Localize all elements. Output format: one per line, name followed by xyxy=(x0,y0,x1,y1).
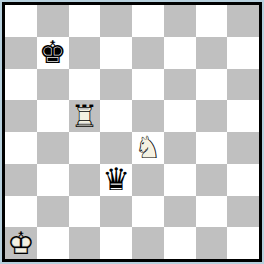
white-rook-outline-icon: ♖ xyxy=(69,100,101,132)
square-a5[interactable] xyxy=(5,100,37,132)
square-f3[interactable] xyxy=(164,164,196,196)
square-e3[interactable] xyxy=(132,164,164,196)
piece-black-queen: ♛ xyxy=(100,164,132,196)
square-d5[interactable] xyxy=(100,100,132,132)
piece-black-king: ♚ xyxy=(37,37,69,69)
white-knight-outline-icon: ♘ xyxy=(132,132,164,164)
square-h7[interactable] xyxy=(227,37,259,69)
square-h5[interactable] xyxy=(227,100,259,132)
square-d6[interactable] xyxy=(100,69,132,101)
square-b7[interactable]: ♚ xyxy=(37,37,69,69)
square-a1[interactable]: ♚♔ xyxy=(5,227,37,259)
square-a4[interactable] xyxy=(5,132,37,164)
square-b4[interactable] xyxy=(37,132,69,164)
square-h3[interactable] xyxy=(227,164,259,196)
square-c6[interactable] xyxy=(69,69,101,101)
square-f7[interactable] xyxy=(164,37,196,69)
square-e4[interactable]: ♞♘ xyxy=(132,132,164,164)
square-g7[interactable] xyxy=(196,37,228,69)
square-a6[interactable] xyxy=(5,69,37,101)
square-h6[interactable] xyxy=(227,69,259,101)
square-h4[interactable] xyxy=(227,132,259,164)
square-f1[interactable] xyxy=(164,227,196,259)
black-queen-icon: ♛ xyxy=(100,164,132,196)
square-b1[interactable] xyxy=(37,227,69,259)
square-f6[interactable] xyxy=(164,69,196,101)
square-g1[interactable] xyxy=(196,227,228,259)
square-a3[interactable] xyxy=(5,164,37,196)
square-c3[interactable] xyxy=(69,164,101,196)
square-c7[interactable] xyxy=(69,37,101,69)
piece-white-king: ♚♔ xyxy=(5,227,37,259)
square-g4[interactable] xyxy=(196,132,228,164)
square-d2[interactable] xyxy=(100,196,132,228)
square-a2[interactable] xyxy=(5,196,37,228)
square-g3[interactable] xyxy=(196,164,228,196)
square-g6[interactable] xyxy=(196,69,228,101)
square-b8[interactable] xyxy=(37,5,69,37)
square-f8[interactable] xyxy=(164,5,196,37)
white-king-outline-icon: ♔ xyxy=(5,227,37,259)
square-g5[interactable] xyxy=(196,100,228,132)
square-d7[interactable] xyxy=(100,37,132,69)
square-e6[interactable] xyxy=(132,69,164,101)
piece-white-knight: ♞♘ xyxy=(132,132,164,164)
square-c2[interactable] xyxy=(69,196,101,228)
square-c8[interactable] xyxy=(69,5,101,37)
square-h2[interactable] xyxy=(227,196,259,228)
square-d3[interactable]: ♛ xyxy=(100,164,132,196)
square-e5[interactable] xyxy=(132,100,164,132)
square-b3[interactable] xyxy=(37,164,69,196)
chess-board: ♚♜♖♞♘♛♚♔ xyxy=(5,5,259,259)
piece-white-rook: ♜♖ xyxy=(69,100,101,132)
square-a8[interactable] xyxy=(5,5,37,37)
square-d1[interactable] xyxy=(100,227,132,259)
square-c1[interactable] xyxy=(69,227,101,259)
square-f4[interactable] xyxy=(164,132,196,164)
chess-diagram-frame: ♚♜♖♞♘♛♚♔ xyxy=(0,0,264,264)
board-border: ♚♜♖♞♘♛♚♔ xyxy=(2,2,262,262)
square-a7[interactable] xyxy=(5,37,37,69)
square-f2[interactable] xyxy=(164,196,196,228)
square-g2[interactable] xyxy=(196,196,228,228)
square-d4[interactable] xyxy=(100,132,132,164)
square-g8[interactable] xyxy=(196,5,228,37)
square-e2[interactable] xyxy=(132,196,164,228)
square-e8[interactable] xyxy=(132,5,164,37)
square-b2[interactable] xyxy=(37,196,69,228)
square-c4[interactable] xyxy=(69,132,101,164)
square-h1[interactable] xyxy=(227,227,259,259)
square-h8[interactable] xyxy=(227,5,259,37)
square-b6[interactable] xyxy=(37,69,69,101)
square-f5[interactable] xyxy=(164,100,196,132)
square-e7[interactable] xyxy=(132,37,164,69)
square-d8[interactable] xyxy=(100,5,132,37)
black-king-icon: ♚ xyxy=(37,37,69,69)
square-e1[interactable] xyxy=(132,227,164,259)
square-b5[interactable] xyxy=(37,100,69,132)
square-c5[interactable]: ♜♖ xyxy=(69,100,101,132)
